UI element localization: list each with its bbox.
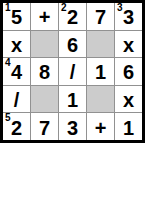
cell-r1c3[interactable]: 22 — [59, 3, 86, 30]
clue-number: 4 — [5, 58, 11, 68]
blocked-cell-r4c2 — [31, 86, 58, 113]
cell-value: 7 — [95, 7, 106, 27]
cell-value: x — [123, 90, 134, 110]
cell-r2c3[interactable]: 6 — [59, 31, 86, 58]
cell-value: 1 — [67, 90, 78, 110]
cell-value: 7 — [39, 118, 50, 138]
cell-value: 3 — [67, 118, 78, 138]
cell-r3c4[interactable]: 1 — [87, 58, 114, 85]
cell-r5c3[interactable]: 3 — [59, 113, 86, 140]
cell-value: / — [70, 62, 76, 82]
cell-r3c1[interactable]: 44 — [3, 58, 30, 85]
blocked-cell-r2c4 — [87, 31, 114, 58]
cell-r3c3[interactable]: / — [59, 58, 86, 85]
cell-value: 1 — [123, 118, 134, 138]
cell-r3c5[interactable]: 6 — [115, 58, 142, 85]
cell-r4c3[interactable]: 1 — [59, 86, 86, 113]
cell-value: + — [95, 118, 107, 138]
cell-value: 2 — [67, 7, 78, 27]
cross-math-board: 15+22733x6x448/16/1x5273+1 — [0, 0, 145, 143]
cell-value: 4 — [11, 62, 22, 82]
clue-number: 5 — [5, 113, 11, 123]
cell-value: 3 — [123, 7, 134, 27]
clue-number: 2 — [61, 3, 67, 13]
cell-r4c1[interactable]: / — [3, 86, 30, 113]
cell-value: 5 — [11, 7, 22, 27]
cell-r3c2[interactable]: 8 — [31, 58, 58, 85]
clue-number: 1 — [5, 3, 11, 13]
blocked-cell-r2c2 — [31, 31, 58, 58]
puzzle-page: 15+22733x6x448/16/1x5273+1 — [0, 0, 146, 201]
cell-r5c2[interactable]: 7 — [31, 113, 58, 140]
cell-value: + — [39, 7, 51, 27]
cell-value: 2 — [11, 118, 22, 138]
cell-value: / — [14, 90, 20, 110]
cell-r5c4[interactable]: + — [87, 113, 114, 140]
cell-r1c1[interactable]: 15 — [3, 3, 30, 30]
cell-value: 6 — [123, 62, 134, 82]
cell-r5c1[interactable]: 52 — [3, 113, 30, 140]
blocked-cell-r4c4 — [87, 86, 114, 113]
cell-r1c2[interactable]: + — [31, 3, 58, 30]
cell-value: 1 — [95, 62, 106, 82]
cell-value: x — [123, 35, 134, 55]
cell-value: 8 — [39, 62, 50, 82]
clue-number: 3 — [117, 3, 123, 13]
cell-r4c5[interactable]: x — [115, 86, 142, 113]
cell-r2c5[interactable]: x — [115, 31, 142, 58]
cell-value: 6 — [67, 35, 78, 55]
cell-r2c1[interactable]: x — [3, 31, 30, 58]
cell-r1c4[interactable]: 7 — [87, 3, 114, 30]
cell-value: x — [11, 35, 22, 55]
cell-r1c5[interactable]: 33 — [115, 3, 142, 30]
cell-r5c5[interactable]: 1 — [115, 113, 142, 140]
